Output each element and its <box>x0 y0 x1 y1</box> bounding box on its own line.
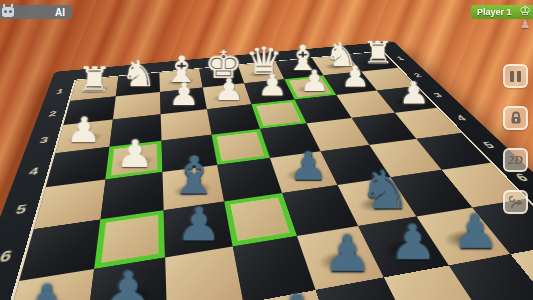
piece-shadow <box>295 83 327 93</box>
piece-shadow <box>207 73 236 82</box>
redo-button[interactable] <box>503 190 528 214</box>
white-king-icon: ♔ <box>519 3 531 18</box>
piece-shadow <box>211 92 243 103</box>
pause-button[interactable] <box>503 64 528 88</box>
piece-shadow <box>438 226 491 251</box>
redo-arrow-icon <box>508 195 524 210</box>
piece-shadow <box>66 131 104 145</box>
piece-shadow <box>390 95 425 106</box>
player-name: Player 1 <box>477 7 512 17</box>
piece-shadow <box>314 247 367 274</box>
piece-shadow <box>285 65 315 74</box>
opponent-badge: AI <box>0 5 72 19</box>
piece-shadow <box>167 97 198 108</box>
square-b3[interactable] <box>336 91 395 118</box>
player-badge: Player 1 ♔ <box>471 5 533 19</box>
square-h3[interactable]: ♟ <box>55 120 112 154</box>
board-playfield[interactable]: ♜♞♝♚♛♝♞♜♟♟♟♟♟♟♟♟♝♟♟♞♟♟♟♟♟♛♜♝♞ <box>0 52 533 300</box>
piece-shadow <box>354 193 401 214</box>
piece-shadow <box>254 88 286 99</box>
square-e7[interactable] <box>233 236 316 300</box>
board-scene: ♜♞♝♚♛♝♞♜♟♟♟♟♟♟♟♟♝♟♟♞♟♟♟♟♟♛♜♝♞ 1122334455… <box>0 0 533 300</box>
square-f7[interactable] <box>165 246 243 300</box>
piece-shadow <box>322 62 352 71</box>
square-c6[interactable]: ♞ <box>338 177 417 226</box>
square-f4[interactable] <box>161 135 217 172</box>
black-pawn-h7[interactable]: ♟ <box>0 277 102 300</box>
piece-shadow <box>123 81 153 91</box>
square-d5[interactable]: ♟ <box>270 151 338 193</box>
pause-icon <box>510 71 521 82</box>
piece-shadow <box>335 79 367 89</box>
square-c5[interactable] <box>321 145 391 185</box>
piece-shadow <box>359 58 389 66</box>
piece-shadow <box>283 165 325 183</box>
chess-board: ♜♞♝♚♛♝♞♜♟♟♟♟♟♟♟♟♝♟♟♞♟♟♟♟♟♛♜♝♞ 1122334455… <box>0 41 533 300</box>
piece-shadow <box>174 220 220 244</box>
piece-shadow <box>378 236 431 262</box>
square-e6[interactable] <box>224 193 297 246</box>
piece-shadow <box>19 294 79 300</box>
square-g4[interactable]: ♟ <box>105 141 162 180</box>
piece-shadow <box>166 77 195 87</box>
mode-2d-label: 2D <box>508 153 523 168</box>
piece-shadow <box>172 180 213 199</box>
opponent-name: AI <box>55 7 65 18</box>
piece-shadow <box>79 85 111 95</box>
white-pawn-g4[interactable]: ♟ <box>97 135 173 173</box>
piece-shadow <box>101 281 154 300</box>
side-button-bar: 2D <box>503 64 529 232</box>
game-screen: ♜♞♝♚♛♝♞♜♟♟♟♟♟♟♟♟♝♟♟♞♟♟♟♟♟♛♜♝♞ 1122334455… <box>0 0 533 300</box>
robot-icon <box>2 7 14 17</box>
piece-shadow <box>247 69 276 78</box>
square-f3[interactable] <box>161 109 212 140</box>
piece-shadow <box>115 154 153 171</box>
captured-pawn-icon: ♟ <box>520 18 530 31</box>
lock-button[interactable] <box>503 106 528 130</box>
mode-2d-button[interactable]: 2D <box>503 148 528 172</box>
lock-icon <box>509 111 523 125</box>
